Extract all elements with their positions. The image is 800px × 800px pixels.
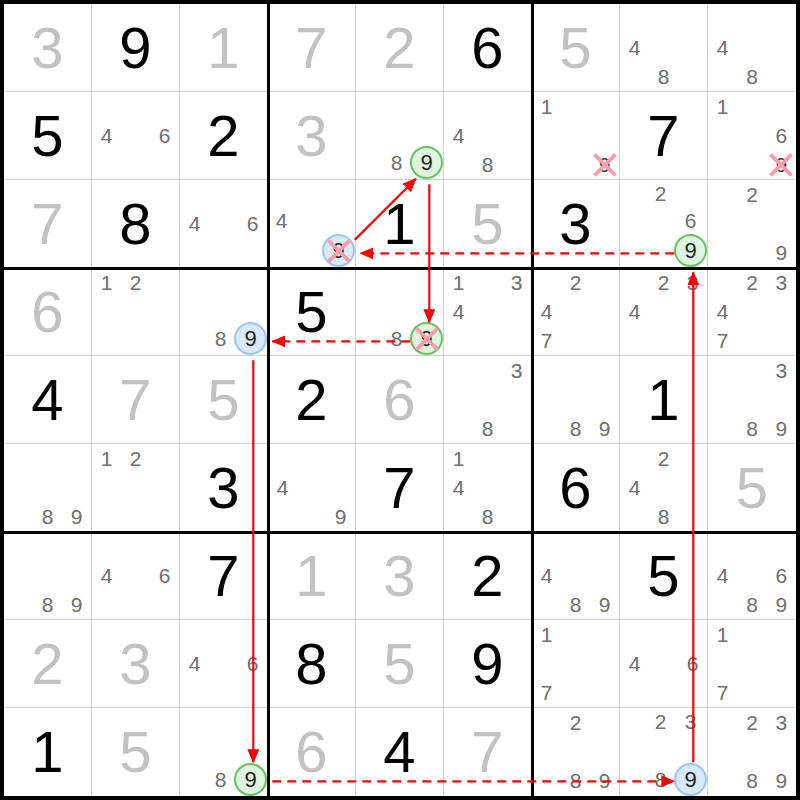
- cell-r9c8[interactable]: 2389: [620, 708, 708, 796]
- digit-solved: 1: [180, 4, 267, 91]
- candidate-mark: 3: [767, 708, 796, 737]
- candidate-mark: 8: [649, 62, 678, 91]
- digit-given: 5: [620, 532, 707, 619]
- cell-r3c9[interactable]: 29: [708, 180, 796, 268]
- digit-given: 8: [92, 180, 179, 267]
- cell-r2c5[interactable]: 89: [356, 92, 444, 180]
- candidate-mark: 6: [150, 561, 179, 590]
- box-border-line: [531, 4, 534, 796]
- chain-node-green: 9: [234, 763, 267, 796]
- candidate-mark: 4: [708, 561, 737, 590]
- candidate-mark: 6: [150, 121, 179, 150]
- digit-solved: 5: [708, 444, 796, 531]
- digit-given: 6: [532, 444, 619, 531]
- candidate-mark: 1: [532, 620, 561, 649]
- cell-r7c1[interactable]: 89: [4, 532, 92, 620]
- candidate-mark: 2: [561, 708, 590, 737]
- cell-r8c2[interactable]: 3: [92, 620, 180, 708]
- candidate-mark: 8: [737, 767, 766, 796]
- digit-solved: 3: [356, 532, 443, 619]
- cell-r1c1[interactable]: 3: [4, 4, 92, 92]
- candidate-mark: 2: [561, 268, 590, 297]
- cell-r8c5[interactable]: 5: [356, 620, 444, 708]
- cell-r1c2[interactable]: 9: [92, 4, 180, 92]
- candidate-mark: 6: [767, 561, 796, 590]
- cell-r1c9[interactable]: 48: [708, 4, 796, 92]
- candidate-mark: 8: [33, 502, 62, 531]
- candidates: 46: [180, 620, 267, 707]
- candidate-mark: 3: [502, 356, 531, 385]
- candidate-mark: 2: [121, 268, 150, 297]
- candidate-mark: 2: [737, 180, 766, 209]
- digit-solved: 3: [92, 620, 179, 707]
- candidates: 4689: [708, 532, 796, 619]
- cell-r4c6[interactable]: 134: [444, 268, 532, 356]
- digit-solved: 2: [356, 4, 443, 91]
- digit-given: 5: [268, 268, 355, 355]
- digit-solved: 5: [356, 620, 443, 707]
- digit-solved: 7: [4, 180, 91, 267]
- chain-node-blue: 9: [674, 763, 707, 796]
- candidate-mark: 2: [737, 268, 766, 297]
- digit-given: 8: [268, 620, 355, 707]
- cell-r2c9[interactable]: 169: [708, 92, 796, 180]
- digit-solved: 7: [444, 708, 531, 796]
- candidate-mark: 2: [649, 444, 678, 473]
- cell-r2c8[interactable]: 7: [620, 92, 708, 180]
- candidate-mark: 4: [708, 33, 737, 62]
- cell-r9c2[interactable]: 5: [92, 708, 180, 796]
- cell-r1c4[interactable]: 7: [268, 4, 356, 92]
- candidate-mark: 2: [649, 268, 678, 297]
- cell-r6c4[interactable]: 49: [268, 444, 356, 532]
- candidate-mark: 6: [767, 121, 796, 150]
- cell-r6c1[interactable]: 89: [4, 444, 92, 532]
- box-border-line: [4, 531, 796, 534]
- cell-r3c4[interactable]: 49: [268, 180, 356, 268]
- candidate-mark: 4: [444, 121, 473, 150]
- cell-r7c2[interactable]: 46: [92, 532, 180, 620]
- cell-r6c3[interactable]: 3: [180, 444, 268, 532]
- cell-r7c4[interactable]: 1: [268, 532, 356, 620]
- digit-solved: 3: [4, 4, 91, 91]
- candidate-mark: 1: [444, 444, 473, 473]
- candidates: 134: [444, 268, 531, 355]
- candidate-mark: 9: [767, 590, 796, 619]
- candidates: 169: [708, 92, 796, 179]
- candidates: 247: [532, 268, 619, 355]
- cell-r2c6[interactable]: 48: [444, 92, 532, 180]
- candidate-mark: 8: [561, 590, 590, 619]
- candidate-mark: 8: [383, 146, 410, 179]
- chain-node-blue: 9: [322, 234, 355, 267]
- candidate-mark: 4: [268, 207, 295, 234]
- cell-r1c8[interactable]: 48: [620, 4, 708, 92]
- candidate-mark: 8: [561, 767, 590, 796]
- cell-r3c1[interactable]: 7: [4, 180, 92, 268]
- candidates: 89: [356, 92, 443, 179]
- candidate-mark: 8: [383, 322, 410, 355]
- cell-r3c2[interactable]: 8: [92, 180, 180, 268]
- cell-r8c3[interactable]: 46: [180, 620, 268, 708]
- digit-given: 1: [356, 180, 443, 267]
- candidates: 19: [532, 92, 619, 179]
- candidate-mark: 9: [767, 150, 796, 179]
- candidates: 48: [444, 92, 531, 179]
- candidate-mark: 4: [532, 297, 561, 326]
- candidates: 29: [708, 180, 796, 267]
- chain-node-green: 9: [674, 234, 707, 267]
- candidates: 12: [92, 444, 179, 531]
- cell-r8c7[interactable]: 17: [532, 620, 620, 708]
- candidate-mark: 4: [620, 33, 649, 62]
- candidates: 46: [180, 180, 267, 267]
- candidate-mark: 6: [238, 649, 267, 678]
- cell-r1c5[interactable]: 2: [356, 4, 444, 92]
- candidate-mark: 9: [767, 414, 796, 443]
- box-border-line: [4, 267, 796, 270]
- candidates: 48: [620, 4, 707, 91]
- box-border-line: [267, 4, 270, 796]
- cell-r8c6[interactable]: 9: [444, 620, 532, 708]
- candidates: 248: [620, 444, 707, 531]
- candidate-mark: 7: [708, 326, 737, 355]
- candidate-mark: 3: [767, 268, 796, 297]
- candidates: 46: [620, 620, 707, 707]
- candidate-mark: 3: [678, 268, 707, 297]
- cell-r4c1[interactable]: 6: [4, 268, 92, 356]
- cell-r4c7[interactable]: 247: [532, 268, 620, 356]
- cell-r1c6[interactable]: 6: [444, 4, 532, 92]
- candidate-mark: 9: [590, 590, 619, 619]
- cell-r2c2[interactable]: 46: [92, 92, 180, 180]
- cell-r5c4[interactable]: 2: [268, 356, 356, 444]
- candidates: 89: [356, 268, 443, 355]
- digit-given: 2: [180, 92, 267, 179]
- candidates: 389: [708, 356, 796, 443]
- cell-r5c7[interactable]: 89: [532, 356, 620, 444]
- cell-r5c3[interactable]: 5: [180, 356, 268, 444]
- cell-r6c8[interactable]: 248: [620, 444, 708, 532]
- candidate-mark: 4: [268, 473, 297, 502]
- candidates: 2389: [620, 708, 707, 796]
- cell-r9c4[interactable]: 6: [268, 708, 356, 796]
- candidate-mark: 7: [708, 678, 737, 707]
- candidates: 17: [532, 620, 619, 707]
- cell-r2c3[interactable]: 2: [180, 92, 268, 180]
- digit-given: 7: [620, 92, 707, 179]
- candidate-mark: 8: [737, 62, 766, 91]
- candidate-mark: 8: [473, 150, 502, 179]
- cell-r3c6[interactable]: 5: [444, 180, 532, 268]
- cell-r5c2[interactable]: 7: [92, 356, 180, 444]
- candidate-mark: 4: [92, 561, 121, 590]
- candidate-mark: 8: [561, 414, 590, 443]
- candidate-mark: 8: [649, 502, 678, 531]
- digit-solved: 5: [180, 356, 267, 443]
- candidates: 48: [708, 4, 796, 91]
- digit-given: 9: [92, 4, 179, 91]
- candidate-mark: 4: [620, 473, 649, 502]
- candidate-mark: 9: [62, 590, 91, 619]
- candidate-mark: 8: [33, 590, 62, 619]
- candidates: 49: [268, 180, 355, 267]
- candidate-mark: 4: [532, 561, 561, 590]
- cell-r7c7[interactable]: 489: [532, 532, 620, 620]
- digit-solved: 7: [268, 4, 355, 91]
- cell-r3c8[interactable]: 269: [620, 180, 708, 268]
- candidate-mark: 4: [708, 297, 737, 326]
- candidate-mark: 1: [532, 92, 561, 121]
- digit-given: 7: [356, 444, 443, 531]
- candidate-mark: 3: [767, 356, 796, 385]
- cell-r7c3[interactable]: 7: [180, 532, 268, 620]
- digit-given: 1: [620, 356, 707, 443]
- candidate-mark: 6: [238, 209, 267, 238]
- candidate-mark: 2: [647, 180, 674, 207]
- digit-solved: 3: [268, 92, 355, 179]
- cell-r5c1[interactable]: 4: [4, 356, 92, 444]
- candidate-mark: 9: [767, 238, 796, 267]
- candidate-mark: 3: [502, 268, 531, 297]
- candidates: 46: [92, 92, 179, 179]
- chain-node-green: 9: [410, 146, 443, 179]
- cell-r8c8[interactable]: 46: [620, 620, 708, 708]
- digit-solved: 6: [268, 708, 355, 796]
- digit-solved: 5: [532, 4, 619, 91]
- cell-r3c5[interactable]: 1: [356, 180, 444, 268]
- candidate-mark: 9: [326, 502, 355, 531]
- candidate-mark: 2: [121, 444, 150, 473]
- candidates: 2389: [708, 708, 796, 796]
- digit-solved: 6: [356, 356, 443, 443]
- candidate-mark: 2: [647, 708, 674, 736]
- cell-r7c8[interactable]: 5: [620, 532, 708, 620]
- candidate-mark: 8: [473, 414, 502, 443]
- digit-given: 3: [532, 180, 619, 267]
- digit-solved: 1: [268, 532, 355, 619]
- cell-r3c3[interactable]: 46: [180, 180, 268, 268]
- cell-r9c9[interactable]: 2389: [708, 708, 796, 796]
- candidate-mark: 9: [590, 414, 619, 443]
- digit-solved: 5: [444, 180, 531, 267]
- cell-r7c5[interactable]: 3: [356, 532, 444, 620]
- cell-r5c6[interactable]: 38: [444, 356, 532, 444]
- digit-solved: 2: [4, 620, 91, 707]
- cell-r8c1[interactable]: 2: [4, 620, 92, 708]
- digit-given: 2: [444, 532, 531, 619]
- cell-r6c2[interactable]: 12: [92, 444, 180, 532]
- cell-r4c2[interactable]: 12: [92, 268, 180, 356]
- candidate-mark: 8: [207, 322, 234, 355]
- digit-given: 9: [444, 620, 531, 707]
- candidates: 38: [444, 356, 531, 443]
- candidate-mark: 2: [737, 708, 766, 737]
- candidates: 89: [180, 708, 267, 796]
- candidate-mark: 4: [444, 297, 473, 326]
- sudoku-board: 3917265484854623894819716978464915326929…: [0, 0, 800, 800]
- candidates: 46: [92, 532, 179, 619]
- candidate-mark: 4: [620, 649, 649, 678]
- candidate-mark: 7: [532, 678, 561, 707]
- digit-given: 2: [268, 356, 355, 443]
- digit-given: 4: [4, 356, 91, 443]
- candidate-mark: 8: [473, 502, 502, 531]
- cell-r5c9[interactable]: 389: [708, 356, 796, 444]
- candidate-mark: 9: [590, 767, 619, 796]
- candidate-mark: 4: [444, 473, 473, 502]
- digit-solved: 5: [92, 708, 179, 796]
- candidate-mark: 9: [62, 502, 91, 531]
- candidate-mark: 3: [674, 708, 707, 736]
- cell-r5c5[interactable]: 6: [356, 356, 444, 444]
- cell-r2c1[interactable]: 5: [4, 92, 92, 180]
- cell-r1c7[interactable]: 5: [532, 4, 620, 92]
- cell-r4c5[interactable]: 89: [356, 268, 444, 356]
- cell-r8c9[interactable]: 17: [708, 620, 796, 708]
- digit-solved: 6: [4, 268, 91, 355]
- candidate-mark: 4: [620, 297, 649, 326]
- digit-given: 7: [180, 532, 267, 619]
- cell-r6c7[interactable]: 6: [532, 444, 620, 532]
- candidates: 89: [532, 356, 619, 443]
- cell-r2c4[interactable]: 3: [268, 92, 356, 180]
- candidates: 289: [532, 708, 619, 796]
- cell-r6c9[interactable]: 5: [708, 444, 796, 532]
- cell-r4c8[interactable]: 234: [620, 268, 708, 356]
- candidate-mark: 1: [708, 92, 737, 121]
- candidates: 2347: [708, 268, 796, 355]
- candidates: 148: [444, 444, 531, 531]
- candidate-mark: 8: [647, 763, 674, 796]
- candidate-mark: 9: [767, 767, 796, 796]
- chain-node-green: 9: [410, 322, 443, 355]
- candidates: 269: [620, 180, 707, 267]
- candidates: 17: [708, 620, 796, 707]
- candidate-mark: 1: [92, 444, 121, 473]
- cell-r4c4[interactable]: 5: [268, 268, 356, 356]
- candidate-mark: 7: [532, 326, 561, 355]
- candidate-mark: 8: [737, 414, 766, 443]
- candidates: 12: [92, 268, 179, 355]
- candidate-mark: 8: [207, 763, 234, 796]
- cell-r8c4[interactable]: 8: [268, 620, 356, 708]
- cell-r3c7[interactable]: 3: [532, 180, 620, 268]
- digit-given: 4: [356, 708, 443, 796]
- cell-r2c7[interactable]: 19: [532, 92, 620, 180]
- candidate-mark: 8: [737, 590, 766, 619]
- candidates: 89: [4, 532, 91, 619]
- cell-r9c1[interactable]: 1: [4, 708, 92, 796]
- candidate-mark: 4: [92, 121, 121, 150]
- candidate-mark: 1: [444, 268, 473, 297]
- cell-r4c9[interactable]: 2347: [708, 268, 796, 356]
- cell-r7c9[interactable]: 4689: [708, 532, 796, 620]
- candidates: 234: [620, 268, 707, 355]
- candidates: 489: [532, 532, 619, 619]
- cell-r9c5[interactable]: 4: [356, 708, 444, 796]
- digit-given: 3: [180, 444, 267, 531]
- cell-r6c6[interactable]: 148: [444, 444, 532, 532]
- cell-r4c3[interactable]: 89: [180, 268, 268, 356]
- cell-r5c8[interactable]: 1: [620, 356, 708, 444]
- chain-node-blue: 9: [234, 322, 267, 355]
- cell-r6c5[interactable]: 7: [356, 444, 444, 532]
- digit-solved: 7: [92, 356, 179, 443]
- candidate-mark: 1: [708, 620, 737, 649]
- digit-given: 6: [444, 4, 531, 91]
- cell-r7c6[interactable]: 2: [444, 532, 532, 620]
- cell-r9c7[interactable]: 289: [532, 708, 620, 796]
- cell-r9c6[interactable]: 7: [444, 708, 532, 796]
- candidate-mark: 4: [180, 209, 209, 238]
- candidates: 49: [268, 444, 355, 531]
- candidate-mark: 4: [180, 649, 209, 678]
- candidate-mark: 9: [590, 150, 619, 179]
- cell-r1c3[interactable]: 1: [180, 4, 268, 92]
- candidate-mark: 6: [674, 207, 707, 234]
- candidates: 89: [4, 444, 91, 531]
- candidates: 89: [180, 268, 267, 355]
- candidate-mark: 1: [92, 268, 121, 297]
- digit-given: 1: [4, 708, 91, 796]
- cell-r9c3[interactable]: 89: [180, 708, 268, 796]
- candidate-mark: 6: [678, 649, 707, 678]
- digit-given: 5: [4, 92, 91, 179]
